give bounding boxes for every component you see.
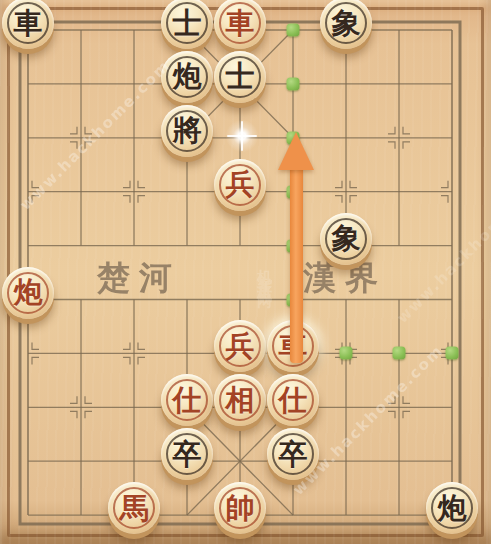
- piece-red-horse[interactable]: 馬: [108, 482, 160, 534]
- move-hint-arrow-head: [278, 132, 314, 170]
- piece-glyph: 卒: [279, 440, 308, 469]
- piece-glyph: 象: [332, 9, 361, 38]
- piece-red-soldier[interactable]: 兵: [214, 159, 266, 211]
- piece-glyph: 炮: [438, 494, 467, 523]
- sparkle-effect: [225, 119, 259, 153]
- piece-glyph: 士: [226, 62, 255, 91]
- piece-glyph: 車: [226, 9, 255, 38]
- piece-red-cannon[interactable]: 炮: [2, 267, 54, 319]
- piece-black-general[interactable]: 將: [161, 105, 213, 157]
- xiangqi-board: 楚河 漢界 車士車象炮士將兵象炮兵車仕相仕卒卒馬帥炮 www.hackhome.…: [0, 0, 491, 544]
- piece-glyph: 卒: [173, 440, 202, 469]
- piece-black-elephant[interactable]: 象: [320, 213, 372, 265]
- piece-glyph: 相: [226, 386, 255, 415]
- piece-red-elephant[interactable]: 相: [214, 374, 266, 426]
- piece-red-king[interactable]: 帥: [214, 482, 266, 534]
- piece-red-advisor[interactable]: 仕: [267, 374, 319, 426]
- piece-glyph: 將: [173, 116, 202, 145]
- move-target-dot[interactable]: [287, 77, 300, 90]
- piece-glyph: 仕: [279, 386, 308, 415]
- piece-black-soldier[interactable]: 卒: [267, 428, 319, 480]
- piece-black-cannon[interactable]: 炮: [161, 51, 213, 103]
- piece-black-cannon[interactable]: 炮: [426, 482, 478, 534]
- piece-black-soldier[interactable]: 卒: [161, 428, 213, 480]
- piece-glyph: 炮: [173, 62, 202, 91]
- piece-black-advisor[interactable]: 士: [214, 51, 266, 103]
- piece-red-advisor[interactable]: 仕: [161, 374, 213, 426]
- river-label-chu-he: 楚河: [97, 256, 181, 301]
- piece-glyph: 兵: [226, 332, 255, 361]
- piece-glyph: 兵: [226, 170, 255, 199]
- piece-glyph: 象: [332, 224, 361, 253]
- piece-glyph: 帥: [226, 494, 255, 523]
- piece-red-soldier[interactable]: 兵: [214, 320, 266, 372]
- move-target-dot[interactable]: [393, 347, 406, 360]
- piece-glyph: 士: [173, 9, 202, 38]
- move-target-dot[interactable]: [446, 347, 459, 360]
- move-target-dot[interactable]: [287, 24, 300, 37]
- piece-glyph: 仕: [173, 386, 202, 415]
- move-hint-arrow-shaft: [290, 166, 303, 364]
- piece-glyph: 炮: [14, 278, 43, 307]
- piece-glyph: 馬: [120, 494, 149, 523]
- move-target-dot[interactable]: [340, 347, 353, 360]
- piece-glyph: 車: [14, 9, 43, 38]
